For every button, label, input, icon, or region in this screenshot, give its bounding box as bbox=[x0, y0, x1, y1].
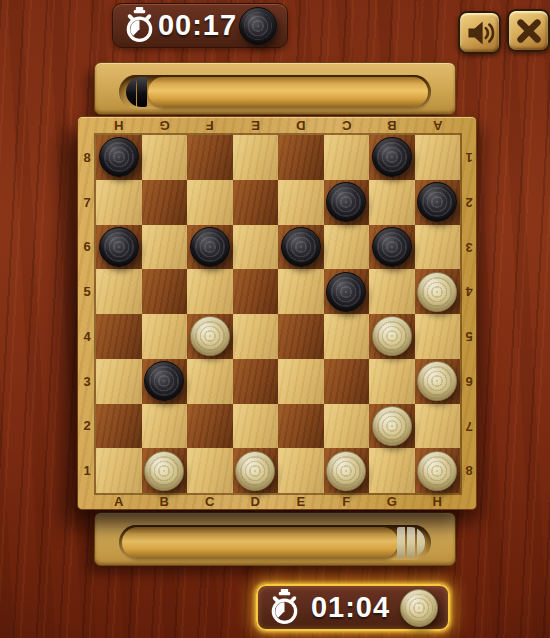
square-E4[interactable] bbox=[278, 314, 324, 359]
square-F4[interactable] bbox=[324, 314, 370, 359]
square-A3[interactable] bbox=[96, 359, 142, 404]
coord-label-G: G bbox=[369, 493, 415, 510]
coord-label-F: F bbox=[187, 118, 233, 134]
piece-rings bbox=[331, 187, 361, 217]
square-A1[interactable] bbox=[96, 448, 142, 493]
piece-rings bbox=[149, 366, 179, 396]
speaker-icon bbox=[464, 17, 496, 49]
square-F8[interactable] bbox=[324, 135, 370, 180]
square-F5[interactable] bbox=[324, 269, 370, 314]
coord-label-B: B bbox=[369, 118, 415, 134]
game-stage: 00:17 HGFEDCBA ABCDEFGH 87654321 bbox=[0, 0, 550, 638]
square-E6[interactable] bbox=[278, 225, 324, 270]
square-G6[interactable] bbox=[369, 225, 415, 270]
square-C2[interactable] bbox=[187, 404, 233, 449]
tray-groove bbox=[119, 525, 431, 560]
square-E8[interactable] bbox=[278, 135, 324, 180]
square-C8[interactable] bbox=[187, 135, 233, 180]
square-H6[interactable] bbox=[415, 225, 461, 270]
piece-rings bbox=[286, 232, 316, 262]
tray-roller bbox=[148, 77, 428, 107]
coord-label-3: 3 bbox=[461, 225, 477, 270]
square-D3[interactable] bbox=[233, 359, 279, 404]
square-D6[interactable] bbox=[233, 225, 279, 270]
checkers-board: HGFEDCBA ABCDEFGH 87654321 12345678 bbox=[77, 116, 477, 510]
checker-white-G2[interactable] bbox=[372, 406, 412, 446]
square-H1[interactable] bbox=[415, 448, 461, 493]
coord-label-F: F bbox=[324, 493, 370, 510]
close-button[interactable] bbox=[507, 9, 550, 52]
checker-white-G4[interactable] bbox=[372, 316, 412, 356]
piece-rings bbox=[377, 321, 407, 351]
piece-rings bbox=[149, 456, 179, 486]
piece-rings bbox=[422, 187, 452, 217]
sound-button[interactable] bbox=[458, 11, 501, 54]
piece-rings bbox=[422, 366, 452, 396]
rank-labels-left: 87654321 bbox=[79, 135, 95, 493]
player-time: 01:04 bbox=[311, 591, 390, 624]
square-G2[interactable] bbox=[369, 404, 415, 449]
square-A6[interactable] bbox=[96, 225, 142, 270]
square-C3[interactable] bbox=[187, 359, 233, 404]
captured-white-piece bbox=[417, 527, 425, 558]
checker-black-F5[interactable] bbox=[326, 272, 366, 312]
square-D5[interactable] bbox=[233, 269, 279, 314]
square-F7[interactable] bbox=[324, 180, 370, 225]
square-B4[interactable] bbox=[142, 314, 188, 359]
checker-white-H3[interactable] bbox=[417, 361, 457, 401]
tray-groove bbox=[119, 75, 431, 109]
captured-black-piece bbox=[137, 77, 147, 107]
stopwatch-icon bbox=[268, 588, 301, 628]
square-A8[interactable] bbox=[96, 135, 142, 180]
square-A7[interactable] bbox=[96, 180, 142, 225]
coord-label-E: E bbox=[233, 118, 279, 134]
captured-black-piece bbox=[126, 77, 136, 107]
square-G8[interactable] bbox=[369, 135, 415, 180]
square-F2[interactable] bbox=[324, 404, 370, 449]
piece-rings bbox=[405, 594, 433, 622]
square-D8[interactable] bbox=[233, 135, 279, 180]
piece-rings bbox=[240, 456, 270, 486]
square-B3[interactable] bbox=[142, 359, 188, 404]
captured-tray-bottom bbox=[94, 512, 456, 566]
square-C5[interactable] bbox=[187, 269, 233, 314]
checker-white-B1[interactable] bbox=[144, 451, 184, 491]
checker-black-G8[interactable] bbox=[372, 137, 412, 177]
checker-black-E6[interactable] bbox=[281, 227, 321, 267]
opponent-time: 00:17 bbox=[158, 9, 237, 42]
checker-black-B3[interactable] bbox=[144, 361, 184, 401]
square-H7[interactable] bbox=[415, 180, 461, 225]
captured-tray-top bbox=[94, 62, 456, 115]
square-E3[interactable] bbox=[278, 359, 324, 404]
square-G7[interactable] bbox=[369, 180, 415, 225]
piece-rings bbox=[422, 277, 452, 307]
coord-label-A: A bbox=[96, 493, 142, 510]
coord-label-5: 5 bbox=[461, 314, 477, 359]
coord-label-1: 1 bbox=[461, 135, 477, 180]
coord-label-2: 2 bbox=[79, 404, 95, 449]
coord-label-4: 4 bbox=[461, 269, 477, 314]
opponent-timer-panel: 00:17 bbox=[112, 3, 288, 48]
square-E5[interactable] bbox=[278, 269, 324, 314]
checker-black-F7[interactable] bbox=[326, 182, 366, 222]
square-G5[interactable] bbox=[369, 269, 415, 314]
checker-white-H5[interactable] bbox=[417, 272, 457, 312]
square-E1[interactable] bbox=[278, 448, 324, 493]
rank-labels-right: 12345678 bbox=[461, 135, 477, 493]
square-A5[interactable] bbox=[96, 269, 142, 314]
coord-label-6: 6 bbox=[461, 359, 477, 404]
piece-rings bbox=[331, 277, 361, 307]
coord-label-A: A bbox=[415, 118, 461, 134]
checker-black-H7[interactable] bbox=[417, 182, 457, 222]
coord-label-B: B bbox=[142, 493, 188, 510]
tray-roller bbox=[122, 527, 398, 558]
player-color-indicator-piece bbox=[400, 589, 438, 627]
stopwatch-icon bbox=[123, 6, 156, 46]
piece-rings bbox=[244, 12, 272, 40]
square-F6[interactable] bbox=[324, 225, 370, 270]
board-grid bbox=[96, 135, 460, 493]
square-B6[interactable] bbox=[142, 225, 188, 270]
square-G1[interactable] bbox=[369, 448, 415, 493]
checker-white-F1[interactable] bbox=[326, 451, 366, 491]
square-C7[interactable] bbox=[187, 180, 233, 225]
coord-label-7: 7 bbox=[79, 180, 95, 225]
square-E7[interactable] bbox=[278, 180, 324, 225]
square-B1[interactable] bbox=[142, 448, 188, 493]
piece-rings bbox=[104, 232, 134, 262]
square-C6[interactable] bbox=[187, 225, 233, 270]
coord-label-4: 4 bbox=[79, 314, 95, 359]
piece-rings bbox=[331, 456, 361, 486]
square-F3[interactable] bbox=[324, 359, 370, 404]
coord-label-C: C bbox=[324, 118, 370, 134]
captured-white-pieces bbox=[397, 527, 425, 558]
piece-rings bbox=[377, 232, 407, 262]
checker-black-A6[interactable] bbox=[99, 227, 139, 267]
coord-label-3: 3 bbox=[79, 359, 95, 404]
x-icon bbox=[514, 16, 544, 46]
checker-white-D1[interactable] bbox=[235, 451, 275, 491]
piece-rings bbox=[377, 411, 407, 441]
square-C4[interactable] bbox=[187, 314, 233, 359]
coord-label-D: D bbox=[278, 118, 324, 134]
square-B7[interactable] bbox=[142, 180, 188, 225]
coord-label-H: H bbox=[415, 493, 461, 510]
coord-label-5: 5 bbox=[79, 269, 95, 314]
piece-rings bbox=[422, 456, 452, 486]
coord-label-D: D bbox=[233, 493, 279, 510]
square-G4[interactable] bbox=[369, 314, 415, 359]
square-H2[interactable] bbox=[415, 404, 461, 449]
square-H4[interactable] bbox=[415, 314, 461, 359]
square-B5[interactable] bbox=[142, 269, 188, 314]
coord-label-7: 7 bbox=[461, 404, 477, 449]
file-labels-top: HGFEDCBA bbox=[96, 118, 460, 134]
checker-white-C4[interactable] bbox=[190, 316, 230, 356]
checker-black-C6[interactable] bbox=[190, 227, 230, 267]
square-H5[interactable] bbox=[415, 269, 461, 314]
square-A4[interactable] bbox=[96, 314, 142, 359]
coord-label-8: 8 bbox=[461, 448, 477, 493]
coord-label-G: G bbox=[142, 118, 188, 134]
square-D7[interactable] bbox=[233, 180, 279, 225]
captured-white-piece bbox=[407, 527, 415, 558]
square-D4[interactable] bbox=[233, 314, 279, 359]
coord-label-1: 1 bbox=[79, 448, 95, 493]
square-D2[interactable] bbox=[233, 404, 279, 449]
captured-black-pieces bbox=[126, 77, 147, 107]
captured-white-piece bbox=[397, 527, 405, 558]
piece-rings bbox=[104, 142, 134, 172]
coord-label-8: 8 bbox=[79, 135, 95, 180]
file-labels-bottom: ABCDEFGH bbox=[96, 493, 460, 510]
square-E2[interactable] bbox=[278, 404, 324, 449]
square-H8[interactable] bbox=[415, 135, 461, 180]
coord-label-E: E bbox=[278, 493, 324, 510]
piece-rings bbox=[195, 321, 225, 351]
square-F1[interactable] bbox=[324, 448, 370, 493]
square-D1[interactable] bbox=[233, 448, 279, 493]
square-H3[interactable] bbox=[415, 359, 461, 404]
square-G3[interactable] bbox=[369, 359, 415, 404]
square-B8[interactable] bbox=[142, 135, 188, 180]
square-B2[interactable] bbox=[142, 404, 188, 449]
piece-rings bbox=[377, 142, 407, 172]
coord-label-2: 2 bbox=[461, 180, 477, 225]
checker-white-H1[interactable] bbox=[417, 451, 457, 491]
opponent-color-indicator-piece bbox=[239, 7, 277, 45]
coord-label-H: H bbox=[96, 118, 142, 134]
checker-black-G6[interactable] bbox=[372, 227, 412, 267]
coord-label-C: C bbox=[187, 493, 233, 510]
square-A2[interactable] bbox=[96, 404, 142, 449]
checker-black-A8[interactable] bbox=[99, 137, 139, 177]
square-C1[interactable] bbox=[187, 448, 233, 493]
piece-rings bbox=[195, 232, 225, 262]
coord-label-6: 6 bbox=[79, 225, 95, 270]
player-timer-panel: 01:04 bbox=[256, 584, 450, 631]
